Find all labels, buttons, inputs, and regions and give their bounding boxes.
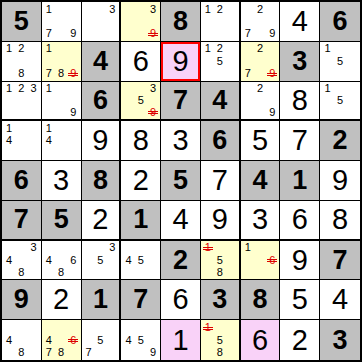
pencil-marks: 125 [202,43,238,80]
cell-r5c1[interactable]: 6 [2,161,42,201]
candidate-1: 1 [3,43,15,55]
cell-r9c6[interactable]: 581 [201,320,241,360]
cell-r4c3[interactable]: 9 [82,121,122,161]
cell-r7c5[interactable]: 2 [161,241,201,281]
given-digit: 3 [292,48,307,75]
pencil-marks: 348 [3,242,40,279]
given-digit: 8 [253,286,268,313]
pencil-marks: 35 [83,242,119,279]
cell-r1c4[interactable]: 39 [121,2,161,42]
cell-r9c8[interactable]: 2 [280,320,320,360]
given-digit: 6 [93,87,108,114]
cell-r3c2[interactable]: 19 [42,82,82,122]
cell-r5c9[interactable]: 9 [320,161,360,201]
solved-digit: 3 [53,166,69,195]
candidate-5: 5 [135,254,147,266]
cell-r6c1[interactable]: 7 [2,201,42,241]
cell-r5c5[interactable]: 5 [161,161,201,201]
cell-r8c5[interactable]: 6 [161,280,201,320]
cell-r4c5[interactable]: 3 [161,121,201,161]
candidate-8: 8 [15,266,27,278]
cell-r7c2[interactable]: 468 [42,241,82,281]
candidate-3: 3 [147,83,159,95]
solved-digit: 7 [292,126,308,155]
cell-r7c4[interactable]: 45 [121,241,161,281]
candidate-2: 2 [254,3,266,15]
cell-r7c7[interactable]: 16 [241,241,281,281]
excluded-candidate-9: 9 [147,28,159,40]
cell-r6c7[interactable]: 3 [241,201,281,241]
candidate-3: 3 [28,83,40,95]
given-digit: 3 [212,286,227,313]
candidate-8: 8 [214,346,226,359]
solved-digit: 9 [212,205,228,234]
solved-digit: 9 [92,126,108,155]
solved-digit: 5 [292,285,308,314]
given-digit: 6 [333,8,348,35]
cell-r2c4[interactable]: 6 [121,42,161,82]
candidate-4: 4 [122,254,134,266]
candidate-8: 8 [55,67,67,79]
candidate-1: 1 [43,122,55,134]
cell-r8c8[interactable]: 5 [280,280,320,320]
given-digit: 1 [133,206,148,233]
solved-digit: 2 [53,285,69,314]
candidate-1: 1 [202,3,214,15]
given-digit: 2 [173,247,188,274]
cell-r7c1[interactable]: 348 [2,241,42,281]
solved-digit: 8 [292,86,308,115]
candidate-7: 7 [242,28,254,40]
given-digit: 8 [173,8,188,35]
cell-r9c4[interactable]: 459 [121,320,161,360]
cell-r3c6[interactable]: 4 [201,82,241,122]
cell-r9c7[interactable]: 6 [241,320,281,360]
cell-r6c2[interactable]: 5 [42,201,82,241]
cell-r3c4[interactable]: 359 [121,82,161,122]
solved-digit: 6 [252,326,268,355]
cell-r6c6[interactable]: 9 [201,201,241,241]
candidate-5: 5 [94,334,106,347]
candidate-1: 1 [242,242,254,254]
candidate-4: 4 [43,334,55,347]
pencil-marks: 12 [202,3,238,40]
candidate-3: 3 [28,242,40,254]
solved-digit: 2 [133,166,149,195]
solved-digit: 4 [292,7,308,36]
candidate-1: 1 [321,83,334,95]
cell-r2c2[interactable]: 1789 [42,42,82,82]
solved-digit: 3 [252,205,268,234]
cell-r4c8[interactable]: 7 [280,121,320,161]
candidate-7: 7 [43,346,55,359]
cell-r1c2[interactable]: 179 [42,2,82,42]
candidate-7: 7 [43,67,55,79]
excluded-candidate-1: 1 [202,242,214,254]
cell-r1c8[interactable]: 4 [280,2,320,42]
candidate-9: 9 [266,28,278,40]
pencil-marks: 128 [3,43,40,80]
excluded-candidate-9: 9 [266,67,278,79]
cell-r2c1[interactable]: 128 [2,42,42,82]
candidate-1: 1 [3,122,15,134]
cell-r7c6[interactable]: 581 [201,241,241,281]
candidate-8: 8 [55,346,67,359]
pencil-marks: 48 [3,321,40,359]
pencil-marks: 14 [3,122,40,159]
solved-digit: 9 [332,166,348,195]
pencil-marks: 123 [3,83,40,119]
cell-r6c4[interactable]: 1 [121,201,161,241]
cell-r1c1[interactable]: 5 [2,2,42,42]
candidate-3: 3 [147,3,159,15]
candidate-5: 5 [94,254,106,266]
pencil-marks: 57 [83,321,119,359]
given-digit: 8 [93,167,108,194]
solved-digit: 3 [172,126,188,155]
solved-digit: 2 [92,205,108,234]
pencil-marks: 29 [242,83,279,119]
cell-r1c5[interactable]: 8 [161,2,201,42]
pencil-marks: 16 [242,242,279,279]
pencil-marks: 4786 [43,321,80,359]
candidate-4: 4 [3,135,15,147]
solved-digit: 1 [172,326,188,355]
cell-r3c9[interactable]: 15 [320,82,360,122]
excluded-candidate-9: 9 [67,67,79,79]
candidate-7: 7 [83,346,95,359]
cell-r2c9[interactable]: 15 [320,42,360,82]
candidate-4: 4 [122,334,134,347]
given-digit: 9 [14,286,29,313]
given-digit: 5 [173,167,188,194]
excluded-candidate-9: 9 [147,106,159,118]
cell-r9c2[interactable]: 4786 [42,320,82,360]
cell-r6c3[interactable]: 2 [82,201,122,241]
cell-r4c1[interactable]: 14 [2,121,42,161]
solved-digit: 6 [133,47,149,76]
cell-r9c1[interactable]: 48 [2,320,42,360]
candidate-8: 8 [55,266,67,278]
cell-r4c7[interactable]: 5 [241,121,281,161]
candidate-9: 9 [266,106,278,118]
cell-r6c9[interactable]: 8 [320,201,360,241]
pencil-marks: 359 [122,83,159,119]
candidate-7: 7 [242,67,254,79]
cell-r7c3[interactable]: 35 [82,241,122,281]
given-digit: 1 [93,286,108,313]
cell-r9c5[interactable]: 1 [161,320,201,360]
pencil-marks: 39 [122,3,159,40]
candidate-5: 5 [334,94,347,106]
cell-r8c1[interactable]: 9 [2,280,42,320]
candidate-1: 1 [3,83,15,95]
solved-digit: 6 [172,285,188,314]
cell-r8c3[interactable]: 1 [82,280,122,320]
given-digit: 7 [14,206,29,233]
solved-digit: 6 [292,205,308,234]
cell-r3c7[interactable]: 29 [241,82,281,122]
given-digit: 2 [333,127,348,154]
pencil-marks: 468 [43,242,80,279]
sudoku-board: 5179339812279461281789469125279315123196… [0,0,362,362]
candidate-8: 8 [15,67,27,79]
cell-r5c4[interactable]: 2 [121,161,161,201]
cell-r4c9[interactable]: 2 [320,121,360,161]
given-digit: 7 [333,247,348,274]
cell-r1c7[interactable]: 279 [241,2,281,42]
cell-r8c7[interactable]: 8 [241,280,281,320]
pencil-marks: 279 [242,43,279,80]
candidate-2: 2 [254,43,266,55]
candidate-4: 4 [43,254,55,266]
candidate-1: 1 [202,43,214,55]
candidate-2: 2 [15,43,27,55]
pencil-marks: 15 [321,43,359,80]
candidate-5: 5 [214,334,226,347]
cell-r3c3[interactable]: 6 [82,82,122,122]
candidate-1: 1 [43,83,55,95]
solved-digit: 7 [212,166,228,195]
cell-r5c8[interactable]: 1 [280,161,320,201]
cell-r5c3[interactable]: 8 [82,161,122,201]
candidate-5: 5 [334,55,347,67]
pencil-marks: 581 [202,242,238,279]
candidate-8: 8 [214,266,226,278]
cell-r5c6[interactable]: 7 [201,161,241,201]
candidate-6: 6 [67,254,79,266]
pencil-marks: 1789 [43,43,80,80]
solved-digit: 9 [172,47,188,76]
candidate-3: 3 [106,3,118,15]
pencil-marks: 45 [122,242,159,279]
solved-digit: 2 [292,326,308,355]
candidate-5: 5 [214,254,226,266]
solved-digit: 8 [332,205,348,234]
cell-r5c7[interactable]: 4 [241,161,281,201]
cell-r1c3[interactable]: 3 [82,2,122,42]
cell-r7c8[interactable]: 9 [280,241,320,281]
given-digit: 3 [333,327,348,354]
pencil-marks: 19 [43,83,80,119]
pencil-marks: 3 [83,3,119,40]
cell-r7c9[interactable]: 7 [320,241,360,281]
cell-r2c8[interactable]: 3 [280,42,320,82]
cell-r3c5[interactable]: 7 [161,82,201,122]
candidate-9: 9 [67,106,79,118]
given-digit: 5 [14,8,29,35]
candidate-3: 3 [106,242,118,254]
given-digit: 7 [133,286,148,313]
cell-r5c2[interactable]: 3 [42,161,82,201]
cell-r8c9[interactable]: 4 [320,280,360,320]
candidate-2: 2 [15,83,27,95]
given-digit: 1 [292,167,307,194]
candidate-1: 1 [43,43,55,55]
candidate-4: 4 [43,135,55,147]
candidate-2: 2 [254,83,266,95]
cell-r8c2[interactable]: 2 [42,280,82,320]
given-digit: 7 [173,87,188,114]
cell-r2c3[interactable]: 4 [82,42,122,82]
given-digit: 5 [54,206,69,233]
pencil-marks: 179 [43,3,80,40]
cell-r2c5[interactable]: 9 [161,42,201,82]
candidate-5: 5 [135,334,147,347]
given-digit: 6 [212,127,227,154]
cell-r1c6[interactable]: 12 [201,2,241,42]
pencil-marks: 15 [321,83,359,119]
candidate-2: 2 [214,3,226,15]
solved-digit: 4 [172,205,188,234]
candidate-1: 1 [321,43,334,55]
pencil-marks: 581 [202,321,238,359]
cell-r9c3[interactable]: 57 [82,320,122,360]
candidate-2: 2 [214,43,226,55]
cell-r4c2[interactable]: 14 [42,121,82,161]
candidate-9: 9 [147,346,159,359]
cell-r6c5[interactable]: 4 [161,201,201,241]
excluded-candidate-6: 6 [266,254,278,266]
solved-digit: 9 [292,246,308,275]
excluded-candidate-1: 1 [202,321,214,334]
cell-r2c7[interactable]: 279 [241,42,281,82]
candidate-7: 7 [43,28,55,40]
cell-r4c6[interactable]: 6 [201,121,241,161]
cell-r8c4[interactable]: 7 [121,280,161,320]
candidate-5: 5 [135,94,147,106]
pencil-marks: 279 [242,3,279,40]
solved-digit: 8 [133,126,149,155]
cell-r8c6[interactable]: 3 [201,280,241,320]
candidate-1: 1 [43,3,55,15]
cell-r3c1[interactable]: 123 [2,82,42,122]
cell-r3c8[interactable]: 8 [280,82,320,122]
pencil-marks: 14 [43,122,80,159]
cell-r4c4[interactable]: 8 [121,121,161,161]
given-digit: 4 [93,48,108,75]
solved-digit: 5 [252,126,268,155]
given-digit: 6 [14,167,29,194]
given-digit: 4 [212,87,227,114]
cell-r9c9[interactable]: 3 [320,320,360,360]
candidate-8: 8 [15,346,27,359]
excluded-candidate-6: 6 [67,334,79,347]
solved-digit: 4 [332,285,348,314]
cell-r6c8[interactable]: 6 [280,201,320,241]
candidate-9: 9 [67,28,79,40]
candidate-4: 4 [3,334,15,347]
cell-r2c6[interactable]: 125 [201,42,241,82]
given-digit: 4 [253,167,268,194]
pencil-marks: 459 [122,321,159,359]
candidate-4: 4 [3,254,15,266]
candidate-5: 5 [214,55,226,67]
cell-r1c9[interactable]: 6 [320,2,360,42]
